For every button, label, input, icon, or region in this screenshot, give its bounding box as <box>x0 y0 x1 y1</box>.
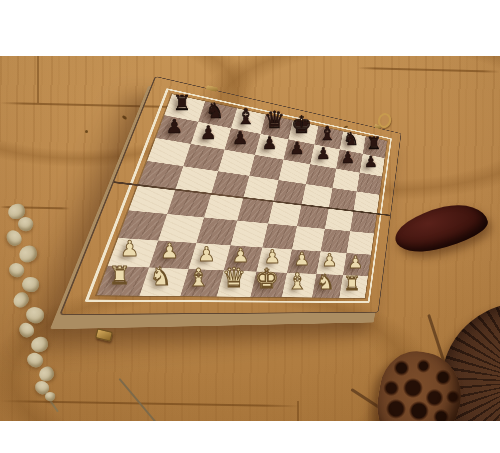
floor-plank-seam <box>0 400 300 407</box>
square-g3 <box>320 229 350 253</box>
brass-clasp <box>206 85 219 92</box>
dried-stem <box>118 378 156 421</box>
square-g1 <box>312 274 343 298</box>
eucalyptus-leaf <box>4 228 24 249</box>
eucalyptus-leaf <box>21 276 40 294</box>
eucalyptus-leaf <box>17 243 39 264</box>
floor-speck <box>85 130 88 133</box>
chess-board <box>59 76 401 315</box>
floor-plank-joint <box>37 56 39 103</box>
eucalyptus-leaf <box>10 290 31 311</box>
scene-photo: ♜♞♝♛♚♝♞♜♟♟♟♟♟♟♟♟♟♟♟♟♟♟♟♟♜♞♝♛♚♝♞♜ <box>0 56 500 421</box>
square-f1 <box>282 273 316 298</box>
floor-speck <box>122 115 128 120</box>
square-e4 <box>268 201 302 226</box>
square-h1 <box>339 275 368 298</box>
square-f4 <box>297 205 328 229</box>
brass-clasp <box>374 124 381 129</box>
square-f3 <box>292 226 324 250</box>
brass-latch <box>95 328 113 342</box>
eucalyptus-leaf <box>29 335 49 354</box>
square-g2 <box>316 251 346 275</box>
dried-seed-pod <box>391 198 492 258</box>
product-photo-page: { "game": "chess", "position": { "fen": … <box>0 0 500 453</box>
square-h4 <box>350 211 377 234</box>
floor-plank-joint <box>297 401 299 421</box>
square-f2 <box>287 249 320 274</box>
square-g4 <box>324 208 353 231</box>
eucalyptus-leaf <box>6 260 26 280</box>
floor-plank-seam <box>358 67 500 73</box>
square-h3 <box>346 231 373 254</box>
square-h2 <box>343 253 371 276</box>
